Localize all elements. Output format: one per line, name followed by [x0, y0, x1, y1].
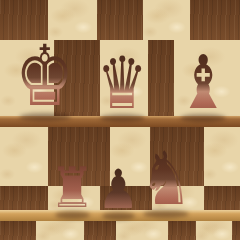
- rook-glyph: ♜: [49, 160, 94, 216]
- board-square-dark: [204, 186, 240, 210]
- board-square-dark: [0, 186, 48, 210]
- king-glyph: ♚: [16, 34, 75, 118]
- bishop-glyph: ♝: [177, 45, 229, 119]
- board-square-light: [143, 0, 190, 40]
- board-square-light: [204, 127, 240, 186]
- board-square-dark: [84, 221, 116, 240]
- board-square-light: [0, 127, 48, 186]
- queen-glyph: ♛: [97, 47, 147, 119]
- board-square-light: [196, 221, 232, 240]
- board-square-dark: [97, 0, 143, 40]
- piece-knight: ♞: [129, 141, 203, 215]
- board-square-dark: [168, 221, 196, 240]
- chess-set-photo: ♚♛♝♜♟♞: [0, 0, 240, 240]
- piece-queen: ♛: [86, 47, 158, 119]
- board-square-dark: [0, 221, 36, 240]
- board-square-dark: [232, 221, 240, 240]
- board-square-light: [116, 221, 168, 240]
- knight-glyph: ♞: [140, 141, 192, 215]
- piece-king: ♚: [3, 34, 87, 118]
- piece-bishop: ♝: [166, 45, 240, 119]
- board-square-dark: [190, 0, 240, 40]
- board-square-light: [36, 221, 84, 240]
